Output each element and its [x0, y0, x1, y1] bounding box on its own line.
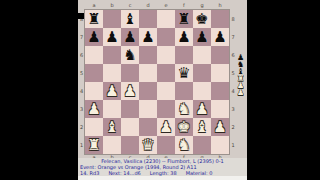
right-black-bar	[247, 0, 320, 180]
coordinate-label: 8	[230, 10, 236, 28]
square-b6[interactable]	[103, 46, 121, 64]
square-d2[interactable]	[139, 118, 157, 136]
square-c5[interactable]	[121, 64, 139, 82]
square-c6[interactable]: ♞	[121, 46, 139, 64]
black-pawn-piece: ♟	[213, 28, 226, 46]
video-frame: abcdefgh 87654321 87654321 ♜♝♜♚♟♟♟♟♟♟♟♞♛…	[0, 0, 320, 180]
square-f1[interactable]: ♞	[175, 136, 193, 154]
coordinate-label: 2	[79, 118, 84, 136]
coordinate-label: d	[139, 2, 157, 8]
square-d5[interactable]	[139, 64, 157, 82]
white-bishop-piece: ♝	[105, 118, 118, 136]
square-g1[interactable]	[193, 136, 211, 154]
square-a5[interactable]	[85, 64, 103, 82]
square-a2[interactable]	[85, 118, 103, 136]
square-f4[interactable]	[175, 82, 193, 100]
coordinate-label: a	[85, 2, 103, 8]
square-d6[interactable]	[139, 46, 157, 64]
square-g2[interactable]: ♝	[193, 118, 211, 136]
square-a4[interactable]	[85, 82, 103, 100]
coordinate-label: 7	[79, 28, 84, 46]
black-knight-piece: ♞	[123, 46, 136, 64]
square-a8[interactable]: ♜	[85, 10, 103, 28]
coordinate-label: 3	[230, 100, 236, 118]
white-pawn-piece: ♟	[213, 118, 226, 136]
white-rook-piece: ♜	[87, 136, 100, 154]
white-bishop-piece: ♝	[195, 118, 208, 136]
coordinate-label: 5	[79, 64, 84, 82]
square-f2[interactable]: ♚	[175, 118, 193, 136]
square-e5[interactable]	[157, 64, 175, 82]
coordinate-label: c	[121, 2, 139, 8]
black-bishop-piece: ♝	[123, 10, 136, 28]
black-pawn-piece: ♟	[123, 28, 136, 46]
coordinate-label: 6	[79, 46, 84, 64]
square-f8[interactable]: ♜	[175, 10, 193, 28]
square-g5[interactable]	[193, 64, 211, 82]
square-e1[interactable]	[157, 136, 175, 154]
black-pawn-piece: ♟	[105, 28, 118, 46]
square-b1[interactable]	[103, 136, 121, 154]
square-g3[interactable]: ♟	[193, 100, 211, 118]
square-d3[interactable]	[139, 100, 157, 118]
square-h8[interactable]	[211, 10, 229, 28]
square-c8[interactable]: ♝	[121, 10, 139, 28]
black-pawn-piece: ♟	[195, 28, 208, 46]
square-h3[interactable]	[211, 100, 229, 118]
coordinate-label: 2	[230, 118, 236, 136]
square-e4[interactable]	[157, 82, 175, 100]
coordinate-label: b	[103, 2, 121, 8]
square-b4[interactable]: ♟	[103, 82, 121, 100]
square-a6[interactable]	[85, 46, 103, 64]
game-caption: Felecan, Vasilica (2230) -- Flumbort, L …	[78, 158, 247, 180]
square-h6[interactable]	[211, 46, 229, 64]
coordinate-label: 1	[230, 136, 236, 154]
black-king-piece: ♚	[195, 10, 208, 28]
square-g8[interactable]: ♚	[193, 10, 211, 28]
square-a7[interactable]: ♟	[85, 28, 103, 46]
square-a3[interactable]: ♟	[85, 100, 103, 118]
white-queen-piece: ♛	[141, 136, 154, 154]
coordinate-label: 1	[79, 136, 84, 154]
square-b3[interactable]	[103, 100, 121, 118]
white-pawn-piece: ♟	[123, 82, 136, 100]
coordinate-label: 7	[230, 28, 236, 46]
chess-board: ♜♝♜♚♟♟♟♟♟♟♟♞♛♟♟♟♞♟♝♟♚♝♟♜♛♞	[85, 10, 229, 154]
captured-pieces-tray: ♟♞♝♜♟♟	[235, 54, 246, 96]
white-knight-piece: ♞	[177, 136, 190, 154]
white-pawn-piece: ♟	[105, 82, 118, 100]
square-h4[interactable]	[211, 82, 229, 100]
square-e6[interactable]	[157, 46, 175, 64]
square-f7[interactable]: ♟	[175, 28, 193, 46]
square-b2[interactable]: ♝	[103, 118, 121, 136]
white-pawn-piece: ♟	[195, 100, 208, 118]
square-c4[interactable]: ♟	[121, 82, 139, 100]
square-h7[interactable]: ♟	[211, 28, 229, 46]
square-e3[interactable]	[157, 100, 175, 118]
black-pawn-piece: ♟	[177, 28, 190, 46]
black-queen-piece: ♛	[177, 64, 190, 82]
coordinate-label: 4	[79, 82, 84, 100]
coordinate-label: e	[157, 2, 175, 8]
captured-white-pawn-icon: ♟	[237, 89, 244, 96]
square-g6[interactable]	[193, 46, 211, 64]
square-d4[interactable]	[139, 82, 157, 100]
black-to-move-indicator	[78, 13, 84, 19]
white-pawn-piece: ♟	[159, 118, 172, 136]
square-h5[interactable]	[211, 64, 229, 82]
black-pawn-piece: ♟	[87, 28, 100, 46]
square-e7[interactable]	[157, 28, 175, 46]
square-f6[interactable]	[175, 46, 193, 64]
square-f5[interactable]: ♛	[175, 64, 193, 82]
coordinate-label: h	[211, 2, 229, 8]
square-e2[interactable]: ♟	[157, 118, 175, 136]
square-h2[interactable]: ♟	[211, 118, 229, 136]
coordinate-label: 3	[79, 100, 84, 118]
left-black-bar	[0, 0, 78, 180]
square-d7[interactable]: ♟	[139, 28, 157, 46]
coordinate-label: f	[175, 2, 193, 8]
square-f3[interactable]: ♞	[175, 100, 193, 118]
chess-gui-panel: abcdefgh 87654321 87654321 ♜♝♜♚♟♟♟♟♟♟♟♞♛…	[78, 0, 247, 180]
white-king-piece: ♚	[177, 118, 190, 136]
square-d8[interactable]	[139, 10, 157, 28]
square-d1[interactable]: ♛	[139, 136, 157, 154]
square-b5[interactable]	[103, 64, 121, 82]
rank-labels-left: 87654321	[79, 10, 84, 154]
black-pawn-piece: ♟	[141, 28, 154, 46]
square-c3[interactable]	[121, 100, 139, 118]
white-pawn-piece: ♟	[87, 100, 100, 118]
coordinate-label: g	[193, 2, 211, 8]
square-h1[interactable]	[211, 136, 229, 154]
black-rook-piece: ♜	[87, 10, 100, 28]
square-g4[interactable]	[193, 82, 211, 100]
square-b8[interactable]	[103, 10, 121, 28]
white-knight-piece: ♞	[177, 100, 190, 118]
black-rook-piece: ♜	[177, 10, 190, 28]
file-labels-top: abcdefgh	[85, 2, 229, 8]
square-g7[interactable]: ♟	[193, 28, 211, 46]
square-c2[interactable]	[121, 118, 139, 136]
square-c1[interactable]	[121, 136, 139, 154]
square-a1[interactable]: ♜	[85, 136, 103, 154]
square-c7[interactable]: ♟	[121, 28, 139, 46]
square-b7[interactable]: ♟	[103, 28, 121, 46]
bottom-strip	[78, 176, 247, 180]
square-e8[interactable]	[157, 10, 175, 28]
